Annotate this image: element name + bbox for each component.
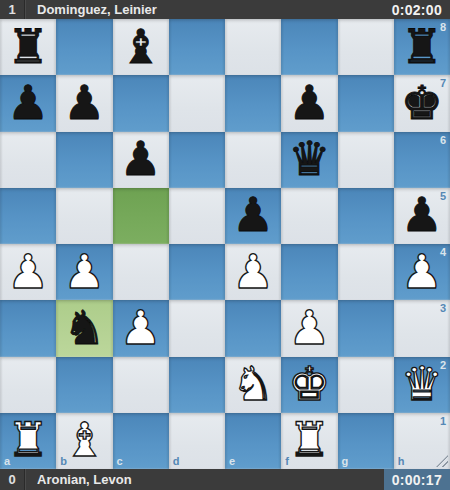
file-label-h: h — [398, 456, 405, 467]
top-player-clock: 0:02:00 — [384, 0, 450, 19]
top-player-name: Dominguez, Leinier — [37, 2, 384, 17]
white-king[interactable]: ♚ — [288, 360, 330, 407]
square-b2[interactable] — [56, 357, 112, 413]
file-label-a: a — [4, 456, 10, 467]
file-label-d: d — [173, 456, 180, 467]
square-f6[interactable]: ♛ — [281, 132, 337, 188]
square-g2[interactable] — [338, 357, 394, 413]
rank-label-4: 4 — [440, 247, 446, 258]
square-d6[interactable] — [169, 132, 225, 188]
square-a3[interactable] — [0, 300, 56, 356]
rank-label-3: 3 — [440, 303, 446, 314]
white-pawn[interactable]: ♟ — [63, 248, 105, 295]
rank-label-7: 7 — [440, 78, 446, 89]
white-queen[interactable]: ♛ — [401, 360, 443, 407]
rank-label-2: 2 — [440, 360, 446, 371]
square-b6[interactable] — [56, 132, 112, 188]
square-e6[interactable] — [225, 132, 281, 188]
file-label-b: b — [60, 456, 67, 467]
rank-label-5: 5 — [440, 191, 446, 202]
square-c8[interactable]: ♝ — [113, 19, 169, 75]
rank-label-6: 6 — [440, 135, 446, 146]
square-e3[interactable] — [225, 300, 281, 356]
square-a4[interactable]: ♟ — [0, 244, 56, 300]
black-rook[interactable]: ♜ — [401, 23, 443, 70]
white-rook[interactable]: ♜ — [7, 416, 49, 463]
square-a7[interactable]: ♟ — [0, 75, 56, 131]
square-b1[interactable]: ♝b — [56, 413, 112, 469]
square-d3[interactable] — [169, 300, 225, 356]
square-d1[interactable]: d — [169, 413, 225, 469]
square-c7[interactable] — [113, 75, 169, 131]
white-pawn[interactable]: ♟ — [7, 248, 49, 295]
square-c4[interactable] — [113, 244, 169, 300]
file-label-c: c — [117, 456, 123, 467]
square-h2[interactable]: ♛2 — [394, 357, 450, 413]
black-king[interactable]: ♚ — [401, 79, 443, 126]
black-bishop[interactable]: ♝ — [120, 23, 162, 70]
square-g6[interactable] — [338, 132, 394, 188]
rank-label-8: 8 — [440, 22, 446, 33]
square-f8[interactable] — [281, 19, 337, 75]
square-e5[interactable]: ♟ — [225, 188, 281, 244]
square-b5[interactable] — [56, 188, 112, 244]
white-pawn[interactable]: ♟ — [401, 248, 443, 295]
square-f7[interactable]: ♟ — [281, 75, 337, 131]
square-e7[interactable] — [225, 75, 281, 131]
file-label-e: e — [229, 456, 235, 467]
square-d5[interactable] — [169, 188, 225, 244]
square-h4[interactable]: ♟4 — [394, 244, 450, 300]
square-d8[interactable] — [169, 19, 225, 75]
square-b8[interactable] — [56, 19, 112, 75]
square-c1[interactable]: c — [113, 413, 169, 469]
rank-label-1: 1 — [440, 416, 446, 427]
square-c3[interactable]: ♟ — [113, 300, 169, 356]
chess-board[interactable]: ♜♝♜8♟♟♟♚7♟♛6♟♟5♟♟♟♟4♞♟♟3♞♚♛2♜a♝bcde♜fg1h — [0, 19, 450, 469]
black-pawn[interactable]: ♟ — [288, 79, 330, 126]
square-d2[interactable] — [169, 357, 225, 413]
white-pawn[interactable]: ♟ — [120, 304, 162, 351]
square-b7[interactable]: ♟ — [56, 75, 112, 131]
bottom-player-clock: 0:00:17 — [384, 469, 450, 490]
white-rook[interactable]: ♜ — [288, 416, 330, 463]
white-bishop[interactable]: ♝ — [63, 416, 105, 463]
square-g4[interactable] — [338, 244, 394, 300]
file-label-g: g — [342, 456, 349, 467]
square-h6[interactable]: 6 — [394, 132, 450, 188]
square-h8[interactable]: ♜8 — [394, 19, 450, 75]
square-f1[interactable]: ♜f — [281, 413, 337, 469]
black-pawn[interactable]: ♟ — [63, 79, 105, 126]
square-a8[interactable]: ♜ — [0, 19, 56, 75]
square-g8[interactable] — [338, 19, 394, 75]
black-queen[interactable]: ♛ — [288, 135, 330, 182]
resize-grip-icon[interactable] — [436, 455, 448, 467]
square-f3[interactable]: ♟ — [281, 300, 337, 356]
white-knight[interactable]: ♞ — [232, 360, 274, 407]
square-a5[interactable] — [0, 188, 56, 244]
square-c5[interactable] — [113, 188, 169, 244]
square-b3[interactable]: ♞ — [56, 300, 112, 356]
square-f2[interactable]: ♚ — [281, 357, 337, 413]
square-h5[interactable]: ♟5 — [394, 188, 450, 244]
top-player-score: 1 — [0, 2, 24, 17]
square-c2[interactable] — [113, 357, 169, 413]
square-h3[interactable]: 3 — [394, 300, 450, 356]
square-a1[interactable]: ♜a — [0, 413, 56, 469]
black-pawn[interactable]: ♟ — [401, 191, 443, 238]
bottom-player-name: Aronian, Levon — [37, 472, 384, 487]
square-c6[interactable]: ♟ — [113, 132, 169, 188]
square-a6[interactable] — [0, 132, 56, 188]
square-a2[interactable] — [0, 357, 56, 413]
black-pawn[interactable]: ♟ — [232, 191, 274, 238]
square-b4[interactable]: ♟ — [56, 244, 112, 300]
chess-app: 1 Dominguez, Leinier 0:02:00 ♜♝♜8♟♟♟♚7♟♛… — [0, 0, 450, 490]
square-f5[interactable] — [281, 188, 337, 244]
black-pawn[interactable]: ♟ — [120, 135, 162, 182]
black-rook[interactable]: ♜ — [7, 23, 49, 70]
white-pawn[interactable]: ♟ — [232, 248, 274, 295]
square-h7[interactable]: ♚7 — [394, 75, 450, 131]
square-d4[interactable] — [169, 244, 225, 300]
black-knight[interactable]: ♞ — [63, 304, 105, 351]
bar-divider — [24, 0, 25, 19]
bar-divider — [24, 469, 25, 490]
square-e8[interactable] — [225, 19, 281, 75]
square-e2[interactable]: ♞ — [225, 357, 281, 413]
bottom-player-score: 0 — [0, 472, 24, 487]
square-d7[interactable] — [169, 75, 225, 131]
bottom-player-bar: 0 Aronian, Levon 0:00:17 — [0, 469, 450, 490]
square-h1[interactable]: 1h — [394, 413, 450, 469]
square-f4[interactable] — [281, 244, 337, 300]
square-g3[interactable] — [338, 300, 394, 356]
square-e4[interactable]: ♟ — [225, 244, 281, 300]
square-g5[interactable] — [338, 188, 394, 244]
black-pawn[interactable]: ♟ — [7, 79, 49, 126]
square-e1[interactable]: e — [225, 413, 281, 469]
white-pawn[interactable]: ♟ — [288, 304, 330, 351]
square-g7[interactable] — [338, 75, 394, 131]
square-g1[interactable]: g — [338, 413, 394, 469]
file-label-f: f — [285, 456, 289, 467]
top-player-bar: 1 Dominguez, Leinier 0:02:00 — [0, 0, 450, 19]
